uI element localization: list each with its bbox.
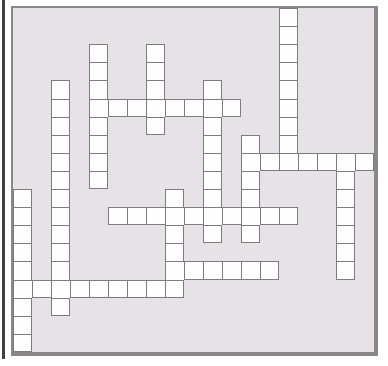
crossword-cell-blank <box>165 62 184 80</box>
crossword-cell-blank <box>260 117 279 135</box>
crossword-cell-blank <box>241 62 260 80</box>
crossword-cell-blank <box>222 80 241 98</box>
crossword-cell-blank <box>260 189 279 207</box>
crossword-cell-open[interactable] <box>165 189 184 207</box>
crossword-cell-blank <box>241 8 260 26</box>
crossword-cell-blank <box>70 80 89 98</box>
crossword-cell-blank <box>298 189 317 207</box>
crossword-cell-open[interactable] <box>298 153 317 171</box>
crossword-cell-open[interactable] <box>184 99 203 117</box>
crossword-cell-blank <box>13 135 32 153</box>
crossword-cell-blank <box>70 62 89 80</box>
crossword-cell-blank <box>317 261 336 279</box>
crossword-cell-blank <box>203 334 222 352</box>
crossword-cell-blank <box>317 243 336 261</box>
crossword-cell-open[interactable] <box>51 225 70 243</box>
crossword-cell-blank <box>222 280 241 298</box>
crossword-cell-open[interactable] <box>89 62 108 80</box>
crossword-cell-blank <box>184 316 203 334</box>
crossword-cell-blank <box>146 189 165 207</box>
crossword-cell-open[interactable] <box>260 153 279 171</box>
crossword-cell-blank <box>127 153 146 171</box>
crossword-cell-blank <box>32 225 51 243</box>
crossword-cell-blank <box>298 62 317 80</box>
crossword-cell-blank <box>70 135 89 153</box>
crossword-cell-open[interactable] <box>279 207 298 225</box>
crossword-cell-blank <box>32 26 51 44</box>
crossword-cell-open[interactable] <box>146 62 165 80</box>
crossword-cell-open[interactable] <box>146 44 165 62</box>
crossword-cell-blank <box>108 171 127 189</box>
crossword-cell-blank <box>89 316 108 334</box>
crossword-cell-open[interactable] <box>336 225 355 243</box>
crossword-cell-blank <box>279 171 298 189</box>
crossword-cell-blank <box>108 298 127 316</box>
crossword-cell-blank <box>108 80 127 98</box>
crossword-cell-blank <box>108 334 127 352</box>
crossword-cell-blank <box>355 99 374 117</box>
crossword-cell-open[interactable] <box>13 280 32 298</box>
crossword-cell-blank <box>355 225 374 243</box>
crossword-cell-blank <box>146 316 165 334</box>
crossword-cell-open[interactable] <box>336 153 355 171</box>
crossword-cell-blank <box>146 135 165 153</box>
crossword-cell-blank <box>13 80 32 98</box>
crossword-cell-open[interactable] <box>279 99 298 117</box>
crossword-cell-open[interactable] <box>51 298 70 316</box>
crossword-cell-open[interactable] <box>279 26 298 44</box>
crossword-cell-open[interactable] <box>241 261 260 279</box>
crossword-cell-blank <box>32 99 51 117</box>
crossword-cell-blank <box>355 171 374 189</box>
crossword-cell-blank <box>70 171 89 189</box>
crossword-cell-blank <box>108 135 127 153</box>
crossword-cell-blank <box>108 316 127 334</box>
crossword-cell-blank <box>146 261 165 279</box>
crossword-cell-open[interactable] <box>13 316 32 334</box>
crossword-cell-open[interactable] <box>127 207 146 225</box>
crossword-cell-blank <box>260 280 279 298</box>
crossword-cell-blank <box>241 334 260 352</box>
crossword-cell-open[interactable] <box>203 261 222 279</box>
crossword-cell-blank <box>89 189 108 207</box>
crossword-cell-blank <box>203 316 222 334</box>
crossword-cell-blank <box>355 44 374 62</box>
crossword-cell-blank <box>222 225 241 243</box>
crossword-cell-blank <box>317 99 336 117</box>
crossword-cell-blank <box>108 8 127 26</box>
crossword-cell-blank <box>222 135 241 153</box>
crossword-cell-blank <box>355 8 374 26</box>
crossword-cell-blank <box>146 225 165 243</box>
crossword-cell-open[interactable] <box>108 99 127 117</box>
crossword-cell-open[interactable] <box>89 117 108 135</box>
crossword-cell-open[interactable] <box>165 243 184 261</box>
crossword-cell-open[interactable] <box>127 280 146 298</box>
crossword-cell-blank <box>317 117 336 135</box>
crossword-cell-blank <box>260 334 279 352</box>
crossword-cell-blank <box>298 280 317 298</box>
crossword-cell-blank <box>203 44 222 62</box>
crossword-cell-open[interactable] <box>146 280 165 298</box>
crossword-cell-blank <box>127 80 146 98</box>
crossword-cell-open[interactable] <box>89 153 108 171</box>
crossword-cell-blank <box>336 334 355 352</box>
crossword-cell-blank <box>355 316 374 334</box>
crossword-cell-blank <box>298 135 317 153</box>
crossword-cell-open[interactable] <box>13 189 32 207</box>
crossword-cell-open[interactable] <box>165 261 184 279</box>
crossword-cell-blank <box>260 225 279 243</box>
crossword-cell-blank <box>32 135 51 153</box>
crossword-cell-blank <box>32 153 51 171</box>
crossword-cell-open[interactable] <box>203 99 222 117</box>
crossword-cell-open[interactable] <box>13 298 32 316</box>
crossword-cell-open[interactable] <box>165 207 184 225</box>
crossword-cell-open[interactable] <box>165 99 184 117</box>
crossword-cell-blank <box>222 26 241 44</box>
crossword-cell-open[interactable] <box>279 80 298 98</box>
crossword-cell-blank <box>89 334 108 352</box>
crossword-cell-blank <box>146 26 165 44</box>
crossword-cell-blank <box>184 334 203 352</box>
crossword-cell-open[interactable] <box>89 44 108 62</box>
crossword-cell-blank <box>355 80 374 98</box>
crossword-cell-blank <box>89 243 108 261</box>
crossword-cell-open[interactable] <box>336 243 355 261</box>
crossword-cell-blank <box>70 189 89 207</box>
crossword-cell-blank <box>279 243 298 261</box>
crossword-cell-blank <box>260 171 279 189</box>
crossword-cell-blank <box>260 80 279 98</box>
crossword-cell-blank <box>298 80 317 98</box>
crossword-cell-blank <box>32 261 51 279</box>
crossword-cell-blank <box>279 298 298 316</box>
crossword-cell-blank <box>165 298 184 316</box>
crossword-cell-blank <box>146 8 165 26</box>
crossword-cell-blank <box>298 261 317 279</box>
crossword-cell-blank <box>32 316 51 334</box>
crossword-cell-blank <box>336 280 355 298</box>
crossword-cell-blank <box>70 153 89 171</box>
crossword-cell-open[interactable] <box>89 171 108 189</box>
crossword-cell-open[interactable] <box>222 99 241 117</box>
crossword-cell-open[interactable] <box>279 117 298 135</box>
crossword-cell-blank <box>165 44 184 62</box>
crossword-cell-blank <box>146 171 165 189</box>
crossword-cell-blank <box>146 243 165 261</box>
crossword-cell-blank <box>279 261 298 279</box>
crossword-cell-blank <box>184 189 203 207</box>
crossword-cell-blank <box>222 298 241 316</box>
crossword-cell-blank <box>89 298 108 316</box>
crossword-cell-open[interactable] <box>146 117 165 135</box>
crossword-cell-blank <box>184 225 203 243</box>
crossword-cell-blank <box>298 44 317 62</box>
crossword-cell-blank <box>260 44 279 62</box>
crossword-cell-blank <box>70 261 89 279</box>
crossword-cell-open[interactable] <box>127 99 146 117</box>
crossword-cell-open[interactable] <box>203 153 222 171</box>
crossword-cell-blank <box>203 280 222 298</box>
crossword-cell-blank <box>298 225 317 243</box>
crossword-cell-blank <box>222 316 241 334</box>
crossword-cell-open[interactable] <box>241 153 260 171</box>
crossword-cell-blank <box>279 316 298 334</box>
crossword-cell-open[interactable] <box>51 207 70 225</box>
crossword-cell-open[interactable] <box>279 135 298 153</box>
crossword-cell-open[interactable] <box>203 117 222 135</box>
crossword-cell-blank <box>184 171 203 189</box>
crossword-cell-blank <box>127 8 146 26</box>
crossword-cell-open[interactable] <box>51 99 70 117</box>
crossword-cell-blank <box>108 225 127 243</box>
crossword-cell-blank <box>203 26 222 44</box>
crossword-cell-blank <box>355 135 374 153</box>
crossword-cell-open[interactable] <box>70 280 89 298</box>
crossword-cell-blank <box>32 298 51 316</box>
crossword-panel <box>11 6 378 356</box>
crossword-cell-open[interactable] <box>336 189 355 207</box>
crossword-cell-blank <box>298 8 317 26</box>
crossword-cell-blank <box>32 44 51 62</box>
crossword-cell-blank <box>184 62 203 80</box>
crossword-cell-open[interactable] <box>203 207 222 225</box>
crossword-cell-open[interactable] <box>108 207 127 225</box>
crossword-cell-blank <box>89 26 108 44</box>
crossword-cell-blank <box>146 298 165 316</box>
crossword-cell-blank <box>127 26 146 44</box>
crossword-cell-blank <box>13 117 32 135</box>
crossword-cell-blank <box>89 8 108 26</box>
crossword-cell-blank <box>32 80 51 98</box>
crossword-cell-open[interactable] <box>89 99 108 117</box>
crossword-cell-blank <box>260 62 279 80</box>
crossword-cell-open[interactable] <box>241 189 260 207</box>
crossword-cell-open[interactable] <box>203 225 222 243</box>
crossword-cell-open[interactable] <box>51 117 70 135</box>
crossword-cell-blank <box>184 26 203 44</box>
crossword-cell-open[interactable] <box>51 189 70 207</box>
crossword-cell-blank <box>108 26 127 44</box>
crossword-cell-blank <box>184 44 203 62</box>
crossword-cell-open[interactable] <box>89 135 108 153</box>
crossword-cell-blank <box>184 243 203 261</box>
crossword-cell-open[interactable] <box>51 135 70 153</box>
crossword-cell-open[interactable] <box>13 243 32 261</box>
crossword-cell-blank <box>127 117 146 135</box>
crossword-cell-blank <box>298 243 317 261</box>
crossword-cell-open[interactable] <box>13 261 32 279</box>
crossword-cell-blank <box>355 280 374 298</box>
crossword-cell-open[interactable] <box>146 80 165 98</box>
crossword-cell-blank <box>51 8 70 26</box>
crossword-cell-blank <box>108 243 127 261</box>
crossword-cell-open[interactable] <box>260 261 279 279</box>
crossword-cell-open[interactable] <box>203 80 222 98</box>
crossword-cell-open[interactable] <box>51 261 70 279</box>
crossword-cell-open[interactable] <box>279 153 298 171</box>
crossword-cell-open[interactable] <box>184 207 203 225</box>
crossword-cell-blank <box>317 298 336 316</box>
crossword-cell-blank <box>336 44 355 62</box>
crossword-cell-open[interactable] <box>317 153 336 171</box>
crossword-cell-open[interactable] <box>203 135 222 153</box>
crossword-cell-blank <box>70 117 89 135</box>
crossword-cell-open[interactable] <box>222 207 241 225</box>
crossword-cell-blank <box>317 62 336 80</box>
crossword-cell-blank <box>317 225 336 243</box>
crossword-cell-blank <box>165 26 184 44</box>
crossword-cell-blank <box>13 153 32 171</box>
crossword-cell-blank <box>298 334 317 352</box>
crossword-cell-open[interactable] <box>336 207 355 225</box>
crossword-cell-blank <box>279 280 298 298</box>
crossword-cell-blank <box>127 189 146 207</box>
crossword-cell-blank <box>279 334 298 352</box>
crossword-cell-open[interactable] <box>13 225 32 243</box>
crossword-cell-open[interactable] <box>241 207 260 225</box>
crossword-cell-blank <box>317 8 336 26</box>
crossword-cell-blank <box>184 298 203 316</box>
crossword-grid <box>13 8 374 352</box>
crossword-cell-blank <box>184 135 203 153</box>
crossword-cell-blank <box>165 153 184 171</box>
crossword-cell-open[interactable] <box>336 261 355 279</box>
crossword-cell-open[interactable] <box>184 261 203 279</box>
crossword-cell-blank <box>108 44 127 62</box>
crossword-cell-open[interactable] <box>241 171 260 189</box>
crossword-cell-open[interactable] <box>355 153 374 171</box>
crossword-cell-blank <box>222 8 241 26</box>
crossword-cell-blank <box>317 334 336 352</box>
crossword-cell-blank <box>127 261 146 279</box>
crossword-cell-open[interactable] <box>279 44 298 62</box>
crossword-cell-blank <box>184 153 203 171</box>
crossword-cell-blank <box>241 280 260 298</box>
crossword-cell-open[interactable] <box>89 80 108 98</box>
crossword-cell-open[interactable] <box>51 243 70 261</box>
crossword-cell-blank <box>336 135 355 153</box>
crossword-cell-blank <box>222 62 241 80</box>
crossword-cell-open[interactable] <box>51 171 70 189</box>
crossword-cell-blank <box>222 189 241 207</box>
crossword-cell-open[interactable] <box>165 280 184 298</box>
crossword-cell-blank <box>317 316 336 334</box>
crossword-cell-blank <box>336 62 355 80</box>
crossword-cell-blank <box>317 80 336 98</box>
crossword-cell-blank <box>260 8 279 26</box>
crossword-cell-open[interactable] <box>13 207 32 225</box>
crossword-cell-blank <box>184 8 203 26</box>
crossword-cell-open[interactable] <box>165 225 184 243</box>
crossword-cell-blank <box>298 298 317 316</box>
crossword-cell-blank <box>32 207 51 225</box>
crossword-cell-blank <box>336 298 355 316</box>
crossword-cell-open[interactable] <box>146 207 165 225</box>
crossword-cell-blank <box>70 298 89 316</box>
crossword-cell-blank <box>70 207 89 225</box>
crossword-cell-blank <box>13 8 32 26</box>
crossword-cell-blank <box>336 117 355 135</box>
crossword-cell-open[interactable] <box>32 280 51 298</box>
crossword-cell-blank <box>260 99 279 117</box>
crossword-cell-open[interactable] <box>203 189 222 207</box>
crossword-cell-blank <box>355 117 374 135</box>
crossword-cell-open[interactable] <box>13 334 32 352</box>
crossword-cell-blank <box>336 316 355 334</box>
crossword-cell-blank <box>355 207 374 225</box>
crossword-cell-blank <box>32 171 51 189</box>
crossword-cell-blank <box>298 26 317 44</box>
crossword-cell-blank <box>127 62 146 80</box>
crossword-cell-blank <box>89 207 108 225</box>
crossword-cell-blank <box>355 62 374 80</box>
crossword-cell-blank <box>317 189 336 207</box>
crossword-cell-open[interactable] <box>279 8 298 26</box>
crossword-cell-blank <box>222 153 241 171</box>
crossword-cell-blank <box>184 117 203 135</box>
crossword-cell-blank <box>241 26 260 44</box>
crossword-cell-blank <box>260 243 279 261</box>
crossword-cell-blank <box>317 135 336 153</box>
crossword-cell-blank <box>355 261 374 279</box>
crossword-cell-blank <box>32 62 51 80</box>
crossword-cell-open[interactable] <box>241 135 260 153</box>
crossword-cell-blank <box>13 44 32 62</box>
crossword-cell-blank <box>70 44 89 62</box>
crossword-cell-blank <box>51 44 70 62</box>
crossword-cell-blank <box>165 334 184 352</box>
crossword-cell-open[interactable] <box>222 261 241 279</box>
crossword-cell-open[interactable] <box>51 80 70 98</box>
crossword-cell-blank <box>241 99 260 117</box>
crossword-cell-open[interactable] <box>260 207 279 225</box>
crossword-cell-open[interactable] <box>336 171 355 189</box>
crossword-cell-open[interactable] <box>89 280 108 298</box>
crossword-cell-blank <box>241 243 260 261</box>
crossword-cell-blank <box>70 26 89 44</box>
crossword-cell-blank <box>355 243 374 261</box>
crossword-cell-blank <box>70 225 89 243</box>
crossword-cell-blank <box>127 298 146 316</box>
crossword-cell-open[interactable] <box>203 171 222 189</box>
crossword-cell-blank <box>298 207 317 225</box>
crossword-cell-blank <box>13 99 32 117</box>
crossword-cell-blank <box>165 171 184 189</box>
crossword-cell-blank <box>108 153 127 171</box>
crossword-cell-open[interactable] <box>51 153 70 171</box>
crossword-cell-open[interactable] <box>146 99 165 117</box>
crossword-cell-blank <box>13 62 32 80</box>
crossword-cell-blank <box>298 316 317 334</box>
crossword-cell-blank <box>146 334 165 352</box>
crossword-cell-blank <box>70 334 89 352</box>
crossword-cell-blank <box>13 171 32 189</box>
crossword-cell-blank <box>317 280 336 298</box>
crossword-cell-open[interactable] <box>279 62 298 80</box>
crossword-cell-blank <box>260 26 279 44</box>
crossword-cell-open[interactable] <box>108 280 127 298</box>
crossword-cell-blank <box>355 298 374 316</box>
crossword-cell-blank <box>127 135 146 153</box>
crossword-cell-blank <box>355 26 374 44</box>
crossword-cell-blank <box>317 171 336 189</box>
crossword-cell-blank <box>336 26 355 44</box>
crossword-cell-blank <box>165 8 184 26</box>
crossword-cell-open[interactable] <box>51 280 70 298</box>
crossword-cell-open[interactable] <box>241 225 260 243</box>
